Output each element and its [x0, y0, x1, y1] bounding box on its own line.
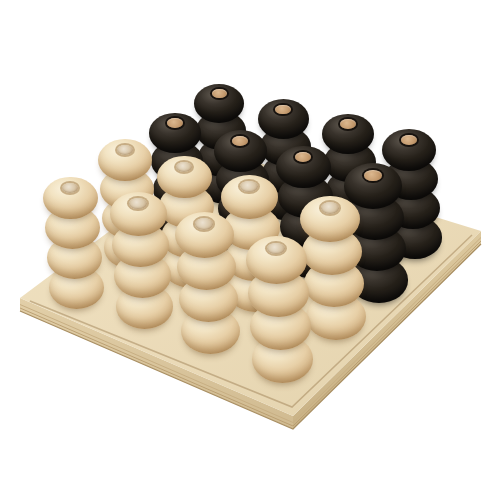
bead-natural: [246, 236, 307, 284]
bead-natural: [43, 177, 98, 220]
peg-top-hole: [117, 145, 133, 155]
peg-top-hole: [401, 135, 417, 145]
peg-stack-r4c1: [39, 177, 104, 317]
bead-black: [214, 130, 267, 171]
peg-top-hole: [167, 118, 183, 128]
peg-top-hole: [275, 105, 290, 115]
peg-stack-r4c3: [171, 212, 240, 362]
bead-natural: [110, 192, 167, 236]
peg-top-hole: [232, 136, 248, 146]
bead-natural: [175, 212, 234, 258]
bead-black: [276, 146, 331, 189]
peg-top-hole: [212, 89, 227, 99]
peg-top-hole: [62, 183, 79, 193]
peg-top-hole: [321, 202, 339, 213]
peg-top-hole: [267, 243, 285, 255]
peg-top-hole: [129, 198, 146, 209]
peg-top-hole: [364, 170, 381, 181]
peg-top-hole: [295, 152, 312, 162]
bead-natural: [98, 139, 152, 181]
peg-top-hole: [240, 181, 257, 192]
peg-top-hole: [340, 119, 356, 129]
peg-stack-r4c4: [242, 236, 313, 390]
peg-top-hole: [195, 218, 213, 229]
peg-top-hole: [176, 162, 193, 172]
peg-stack-r4c2: [106, 192, 173, 337]
product-photo-scene: [0, 0, 500, 500]
